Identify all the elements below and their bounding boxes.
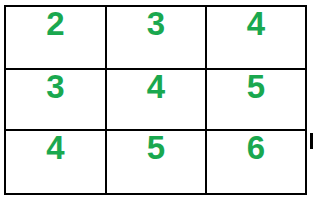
text-cursor <box>310 133 313 149</box>
grid-cell-r3c3[interactable]: 6 <box>207 131 305 193</box>
number-grid: 2 3 4 3 4 5 4 5 6 <box>4 5 307 195</box>
grid-cell-r3c2[interactable]: 5 <box>107 131 207 193</box>
cell-value-r1c3: 4 <box>247 7 265 40</box>
cell-value-r2c1: 3 <box>46 70 64 103</box>
grid-cell-r2c2[interactable]: 4 <box>107 70 207 131</box>
cell-value-r2c3: 5 <box>247 70 265 103</box>
cell-value-r1c1: 2 <box>46 7 64 40</box>
grid-cell-r3c1[interactable]: 4 <box>6 131 107 193</box>
grid-cell-r2c3[interactable]: 5 <box>207 70 305 131</box>
grid-cell-r1c3[interactable]: 4 <box>207 7 305 70</box>
cell-value-r1c2: 3 <box>147 7 165 40</box>
cell-value-r2c2: 4 <box>147 70 165 103</box>
grid-cell-r2c1[interactable]: 3 <box>6 70 107 131</box>
cell-value-r3c1: 4 <box>46 131 64 164</box>
page: 2 3 4 3 4 5 4 5 6 <box>0 0 317 206</box>
cell-value-r3c2: 5 <box>147 131 165 164</box>
cell-value-r3c3: 6 <box>247 131 265 164</box>
grid-cell-r1c2[interactable]: 3 <box>107 7 207 70</box>
grid-cell-r1c1[interactable]: 2 <box>6 7 107 70</box>
